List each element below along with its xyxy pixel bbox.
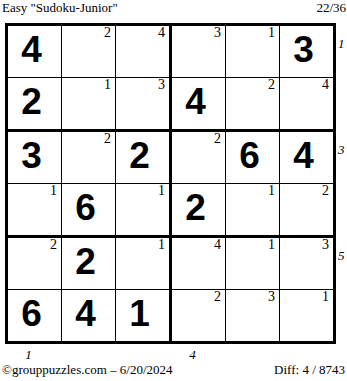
given-digit: 2 [75, 243, 96, 280]
pencil-mark: 2 [268, 78, 275, 93]
given-digit: 1 [129, 295, 150, 332]
cell-r3c6[interactable]: 4 [280, 132, 333, 184]
cell-r5c6[interactable]: 3 [280, 238, 333, 290]
cell-r4c2[interactable]: 6 [62, 184, 116, 238]
pencil-mark: 1 [268, 238, 275, 253]
pencil-mark: 2 [214, 132, 221, 147]
row-label-3: 3 [338, 143, 345, 156]
cell-r5c3[interactable]: 1 [116, 238, 172, 290]
given-digit: 4 [185, 83, 206, 120]
pencil-mark: 4 [158, 26, 165, 41]
cell-r5c5[interactable]: 1 [226, 238, 280, 290]
cell-r2c2[interactable]: 1 [62, 78, 116, 132]
pencil-mark: 2 [50, 238, 57, 253]
given-digit: 2 [21, 83, 42, 120]
row-label-1: 1 [338, 37, 345, 50]
cell-r4c3[interactable]: 1 [116, 184, 172, 238]
cell-r2c3[interactable]: 3 [116, 78, 172, 132]
cell-r2c1[interactable]: 2 [8, 78, 62, 132]
cell-r6c1[interactable]: 6 [8, 290, 62, 341]
cell-r1c4[interactable]: 3 [172, 26, 226, 78]
cell-r2c5[interactable]: 2 [226, 78, 280, 132]
pencil-mark: 1 [50, 184, 57, 199]
pencil-mark: 1 [268, 26, 275, 41]
given-digit: 6 [75, 189, 96, 226]
cell-r1c3[interactable]: 4 [116, 26, 172, 78]
pencil-mark: 2 [104, 26, 111, 41]
cell-r3c5[interactable]: 6 [226, 132, 280, 184]
sudoku-board: 424313213424322264161212221413641231 [5, 23, 336, 344]
cell-r6c3[interactable]: 1 [116, 290, 172, 341]
cell-r6c6[interactable]: 1 [280, 290, 333, 341]
col-label-4: 4 [166, 348, 219, 361]
cell-r4c6[interactable]: 2 [280, 184, 333, 238]
cell-r5c2[interactable]: 2 [62, 238, 116, 290]
cell-r3c4[interactable]: 2 [172, 132, 226, 184]
given-digit: 4 [21, 31, 42, 68]
cell-r1c1[interactable]: 4 [8, 26, 62, 78]
pencil-mark: 2 [322, 184, 329, 199]
pencil-mark: 1 [322, 290, 329, 305]
cell-r5c4[interactable]: 4 [172, 238, 226, 290]
pencil-mark: 1 [158, 184, 165, 199]
cell-r4c1[interactable]: 1 [8, 184, 62, 238]
pencil-mark: 3 [322, 238, 329, 253]
pencil-mark: 3 [214, 26, 221, 41]
pencil-mark: 2 [104, 132, 111, 147]
pencil-mark: 3 [158, 78, 165, 93]
cell-r6c4[interactable]: 2 [172, 290, 226, 341]
col-label-1: 1 [2, 348, 55, 361]
given-digit: 6 [239, 137, 260, 174]
difficulty-text: Diff: 4 / 8743 [274, 362, 345, 378]
cell-r5c1[interactable]: 2 [8, 238, 62, 290]
row-label-5: 5 [338, 249, 345, 262]
page-title: Easy "Sudoku-Junior" [2, 0, 118, 16]
cell-r4c5[interactable]: 1 [226, 184, 280, 238]
given-digit: 2 [185, 189, 206, 226]
hints-counter: 22/36 [316, 0, 346, 16]
cell-r1c5[interactable]: 1 [226, 26, 280, 78]
cell-r3c1[interactable]: 3 [8, 132, 62, 184]
cell-r6c5[interactable]: 3 [226, 290, 280, 341]
pencil-mark: 1 [158, 238, 165, 253]
cell-r6c2[interactable]: 4 [62, 290, 116, 341]
cell-r2c4[interactable]: 4 [172, 78, 226, 132]
given-digit: 4 [293, 137, 314, 174]
cell-r3c3[interactable]: 2 [116, 132, 172, 184]
pencil-mark: 4 [322, 78, 329, 93]
cell-r4c4[interactable]: 2 [172, 184, 226, 238]
puzzle-page: Easy "Sudoku-Junior" 22/36 4243132134243… [0, 0, 347, 381]
cell-r1c2[interactable]: 2 [62, 26, 116, 78]
pencil-mark: 4 [214, 238, 221, 253]
cell-r3c2[interactable]: 2 [62, 132, 116, 184]
pencil-mark: 1 [268, 184, 275, 199]
pencil-mark: 3 [268, 290, 275, 305]
given-digit: 3 [21, 137, 42, 174]
copyright-text: ©grouppuzzles.com – 6/20/2024 [2, 362, 173, 378]
pencil-mark: 1 [104, 78, 111, 93]
given-digit: 2 [129, 137, 150, 174]
cell-r1c6[interactable]: 3 [280, 26, 333, 78]
cell-r2c6[interactable]: 4 [280, 78, 333, 132]
given-digit: 6 [21, 295, 42, 332]
pencil-mark: 2 [214, 290, 221, 305]
given-digit: 4 [75, 295, 96, 332]
given-digit: 3 [293, 31, 314, 68]
